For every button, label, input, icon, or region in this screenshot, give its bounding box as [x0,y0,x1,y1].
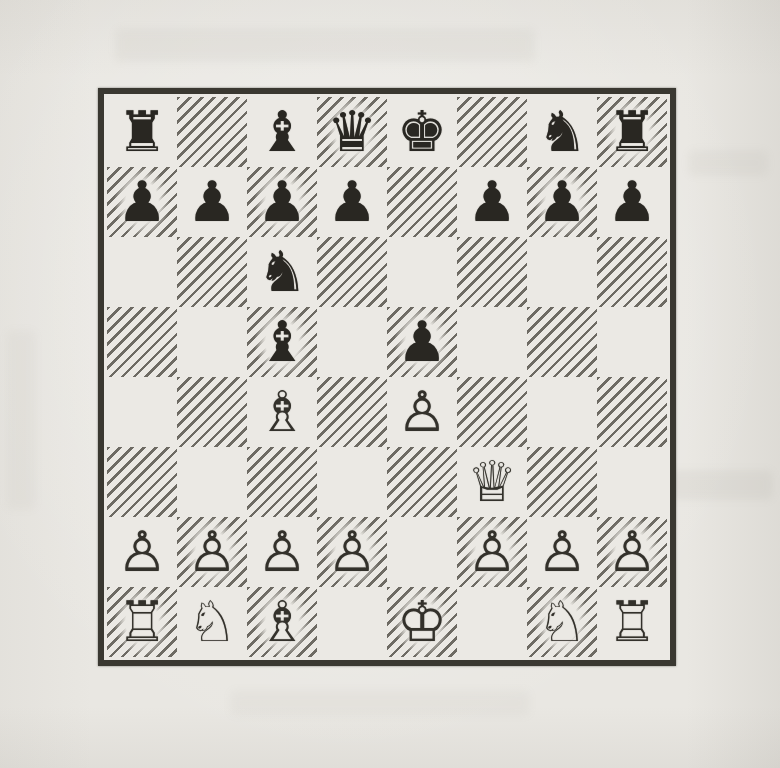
piece-white-pawn: ♙ [257,517,307,587]
square-f4[interactable] [457,377,527,447]
piece-white-pawn: ♙ [117,517,167,587]
square-h4[interactable] [597,377,667,447]
square-f6[interactable] [457,237,527,307]
square-a4[interactable] [107,377,177,447]
chess-board: ♜♝♛♚♞♜♟♟♟♟♟♟♟♞♝♟♗♙♕♙♙♙♙♙♙♙♖♘♗♔♘♖ [107,97,667,657]
piece-white-pawn: ♙ [604,517,660,587]
piece-white-pawn: ♙ [184,517,240,587]
square-e7[interactable] [387,167,457,237]
piece-black-knight: ♞ [257,237,307,307]
chess-board-frame: ♜♝♛♚♞♜♟♟♟♟♟♟♟♞♝♟♗♙♕♙♙♙♙♙♙♙♖♘♗♔♘♖ [98,88,676,666]
square-f8[interactable] [457,97,527,167]
piece-black-rook: ♜ [117,97,167,167]
page-bleedthrough-smudge [6,330,36,510]
piece-white-pawn: ♙ [464,517,520,587]
piece-black-pawn: ♟ [607,167,657,237]
piece-black-queen: ♛ [324,97,380,167]
square-a1[interactable]: ♖ [107,587,177,657]
square-e8[interactable]: ♚ [387,97,457,167]
square-a7[interactable]: ♟ [107,167,177,237]
piece-black-knight: ♞ [537,97,587,167]
square-f3[interactable]: ♕ [457,447,527,517]
square-d1[interactable] [317,587,387,657]
piece-white-knight: ♘ [187,587,237,657]
square-e3[interactable] [387,447,457,517]
square-f2[interactable]: ♙ [457,517,527,587]
square-g7[interactable]: ♟ [527,167,597,237]
square-h5[interactable] [597,307,667,377]
piece-black-pawn: ♟ [534,167,590,237]
square-h8[interactable]: ♜ [597,97,667,167]
square-d8[interactable]: ♛ [317,97,387,167]
square-c7[interactable]: ♟ [247,167,317,237]
square-d7[interactable]: ♟ [317,167,387,237]
page-bleedthrough-smudge [230,690,530,716]
piece-white-bishop: ♗ [254,587,310,657]
square-f1[interactable] [457,587,527,657]
piece-black-pawn: ♟ [254,167,310,237]
piece-white-pawn: ♙ [397,377,447,447]
square-b4[interactable] [177,377,247,447]
square-b1[interactable]: ♘ [177,587,247,657]
page-bleedthrough-smudge [688,150,768,176]
piece-white-pawn: ♙ [324,517,380,587]
square-e4[interactable]: ♙ [387,377,457,447]
square-c2[interactable]: ♙ [247,517,317,587]
square-g8[interactable]: ♞ [527,97,597,167]
square-e2[interactable] [387,517,457,587]
square-a2[interactable]: ♙ [107,517,177,587]
square-g3[interactable] [527,447,597,517]
square-h7[interactable]: ♟ [597,167,667,237]
square-c6[interactable]: ♞ [247,237,317,307]
square-e1[interactable]: ♔ [387,587,457,657]
page-bleedthrough-smudge [668,470,773,500]
square-a6[interactable] [107,237,177,307]
piece-white-queen: ♕ [467,447,517,517]
square-g1[interactable]: ♘ [527,587,597,657]
square-b6[interactable] [177,237,247,307]
square-b2[interactable]: ♙ [177,517,247,587]
square-b7[interactable]: ♟ [177,167,247,237]
piece-black-bishop: ♝ [254,307,310,377]
piece-black-king: ♚ [397,97,447,167]
piece-black-rook: ♜ [604,97,660,167]
square-g2[interactable]: ♙ [527,517,597,587]
square-c8[interactable]: ♝ [247,97,317,167]
square-d6[interactable] [317,237,387,307]
piece-black-pawn: ♟ [187,167,237,237]
piece-black-pawn: ♟ [394,307,450,377]
square-g5[interactable] [527,307,597,377]
square-d2[interactable]: ♙ [317,517,387,587]
square-d5[interactable] [317,307,387,377]
square-c3[interactable] [247,447,317,517]
square-g4[interactable] [527,377,597,447]
piece-black-pawn: ♟ [467,167,517,237]
piece-white-king: ♔ [394,587,450,657]
square-a3[interactable] [107,447,177,517]
square-c1[interactable]: ♗ [247,587,317,657]
square-g6[interactable] [527,237,597,307]
square-h2[interactable]: ♙ [597,517,667,587]
piece-white-pawn: ♙ [537,517,587,587]
page-bleedthrough-smudge [115,28,535,62]
square-b8[interactable] [177,97,247,167]
square-d4[interactable] [317,377,387,447]
piece-white-rook: ♖ [607,587,657,657]
square-c5[interactable]: ♝ [247,307,317,377]
square-f5[interactable] [457,307,527,377]
piece-white-rook: ♖ [114,587,170,657]
square-e5[interactable]: ♟ [387,307,457,377]
square-h3[interactable] [597,447,667,517]
piece-black-pawn: ♟ [114,167,170,237]
square-a5[interactable] [107,307,177,377]
piece-black-pawn: ♟ [327,167,377,237]
piece-white-bishop: ♗ [257,377,307,447]
square-c4[interactable]: ♗ [247,377,317,447]
square-d3[interactable] [317,447,387,517]
piece-black-bishop: ♝ [257,97,307,167]
square-e6[interactable] [387,237,457,307]
square-f7[interactable]: ♟ [457,167,527,237]
square-h1[interactable]: ♖ [597,587,667,657]
square-a8[interactable]: ♜ [107,97,177,167]
square-h6[interactable] [597,237,667,307]
square-b3[interactable] [177,447,247,517]
piece-white-knight: ♘ [534,587,590,657]
square-b5[interactable] [177,307,247,377]
